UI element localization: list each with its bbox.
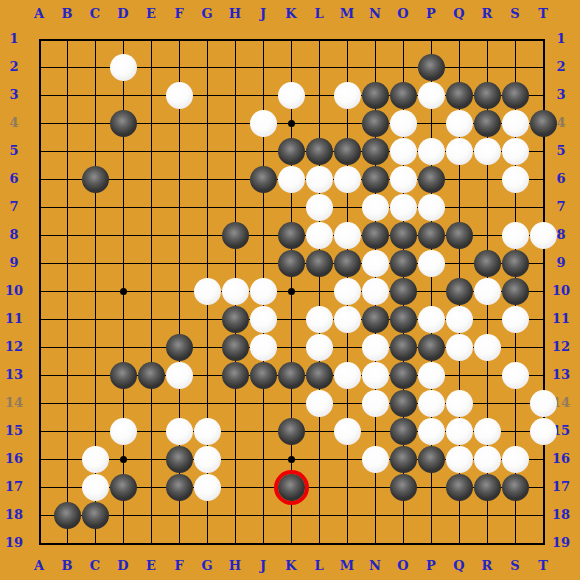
column-label: N: [361, 557, 389, 575]
row-label: 5: [547, 142, 575, 160]
white-stone[interactable]: [166, 418, 193, 445]
grid-line-horizontal: [39, 207, 545, 208]
column-label: H: [221, 5, 249, 23]
black-stone[interactable]: [390, 474, 417, 501]
black-stone[interactable]: [222, 306, 249, 333]
row-label: 1: [547, 30, 575, 48]
black-stone[interactable]: [390, 82, 417, 109]
black-stone[interactable]: [166, 334, 193, 361]
white-stone[interactable]: [390, 110, 417, 137]
column-label: L: [305, 5, 333, 23]
column-label: O: [389, 557, 417, 575]
white-stone[interactable]: [278, 166, 305, 193]
grid-line-horizontal: [39, 515, 545, 516]
column-label: M: [333, 557, 361, 575]
white-stone[interactable]: [474, 138, 501, 165]
black-stone[interactable]: [418, 54, 445, 81]
white-stone[interactable]: [194, 474, 221, 501]
black-stone[interactable]: [166, 474, 193, 501]
black-stone[interactable]: [446, 474, 473, 501]
black-stone[interactable]: [110, 362, 137, 389]
white-stone[interactable]: [362, 446, 389, 473]
white-stone[interactable]: [418, 138, 445, 165]
white-stone[interactable]: [334, 222, 361, 249]
black-stone[interactable]: [390, 362, 417, 389]
column-label: R: [473, 5, 501, 23]
white-stone[interactable]: [418, 362, 445, 389]
white-stone[interactable]: [278, 82, 305, 109]
white-stone[interactable]: [446, 334, 473, 361]
black-stone[interactable]: [362, 138, 389, 165]
column-label: T: [529, 5, 557, 23]
black-stone[interactable]: [474, 250, 501, 277]
row-label: 3: [547, 86, 575, 104]
white-stone[interactable]: [474, 446, 501, 473]
black-stone[interactable]: [138, 362, 165, 389]
black-stone[interactable]: [362, 166, 389, 193]
row-label: 19: [547, 534, 575, 552]
column-label: T: [529, 557, 557, 575]
column-label: O: [389, 5, 417, 23]
white-stone[interactable]: [502, 446, 529, 473]
row-label: 18: [0, 506, 28, 524]
black-stone[interactable]: [502, 250, 529, 277]
white-stone[interactable]: [82, 446, 109, 473]
white-stone[interactable]: [362, 334, 389, 361]
black-stone[interactable]: [362, 306, 389, 333]
black-stone[interactable]: [250, 362, 277, 389]
black-stone[interactable]: [474, 474, 501, 501]
column-label: J: [249, 557, 277, 575]
white-stone[interactable]: [194, 418, 221, 445]
white-stone[interactable]: [502, 222, 529, 249]
white-stone[interactable]: [250, 334, 277, 361]
black-stone[interactable]: [110, 474, 137, 501]
black-stone[interactable]: [334, 138, 361, 165]
black-stone[interactable]: [474, 82, 501, 109]
column-label: A: [25, 5, 53, 23]
black-stone[interactable]: [334, 250, 361, 277]
star-point: [288, 120, 295, 127]
black-stone[interactable]: [502, 82, 529, 109]
column-label: D: [109, 5, 137, 23]
black-stone[interactable]: [362, 110, 389, 137]
white-stone[interactable]: [306, 194, 333, 221]
white-stone[interactable]: [166, 362, 193, 389]
black-stone[interactable]: [390, 418, 417, 445]
white-stone[interactable]: [362, 278, 389, 305]
row-label: 10: [0, 282, 28, 300]
black-stone[interactable]: [418, 334, 445, 361]
white-stone[interactable]: [502, 362, 529, 389]
black-stone[interactable]: [390, 334, 417, 361]
white-stone[interactable]: [502, 138, 529, 165]
column-label: M: [333, 5, 361, 23]
white-stone[interactable]: [306, 306, 333, 333]
black-stone[interactable]: [222, 222, 249, 249]
row-label: 9: [547, 254, 575, 272]
star-point: [288, 288, 295, 295]
white-stone[interactable]: [334, 418, 361, 445]
white-stone[interactable]: [306, 334, 333, 361]
black-stone[interactable]: [390, 446, 417, 473]
column-label: B: [53, 557, 81, 575]
white-stone[interactable]: [110, 54, 137, 81]
row-label: 13: [547, 366, 575, 384]
white-stone[interactable]: [418, 194, 445, 221]
row-label: 2: [0, 58, 28, 76]
white-stone[interactable]: [194, 278, 221, 305]
column-label: K: [277, 5, 305, 23]
black-stone[interactable]: [446, 82, 473, 109]
white-stone[interactable]: [418, 82, 445, 109]
column-label: H: [221, 557, 249, 575]
column-label: Q: [445, 5, 473, 23]
column-label: K: [277, 557, 305, 575]
black-stone[interactable]: [222, 362, 249, 389]
black-stone[interactable]: [418, 446, 445, 473]
row-label: 19: [0, 534, 28, 552]
row-label: 13: [0, 366, 28, 384]
go-board[interactable]: ABCDEFGHJKLMNOPQRST ABCDEFGHJKLMNOPQRST …: [0, 0, 580, 580]
white-stone[interactable]: [474, 334, 501, 361]
column-label: S: [501, 5, 529, 23]
column-label: E: [137, 557, 165, 575]
black-stone[interactable]: [390, 390, 417, 417]
white-stone[interactable]: [502, 110, 529, 137]
white-stone[interactable]: [530, 418, 557, 445]
grid-line-horizontal: [39, 543, 545, 545]
black-stone[interactable]: [278, 138, 305, 165]
white-stone[interactable]: [362, 390, 389, 417]
black-stone[interactable]: [306, 362, 333, 389]
column-label: D: [109, 557, 137, 575]
column-label: E: [137, 5, 165, 23]
white-stone[interactable]: [250, 278, 277, 305]
black-stone[interactable]: [306, 138, 333, 165]
white-stone[interactable]: [166, 82, 193, 109]
white-stone[interactable]: [334, 278, 361, 305]
black-stone[interactable]: [446, 222, 473, 249]
black-stone[interactable]: [418, 166, 445, 193]
column-label: N: [361, 5, 389, 23]
row-label: 7: [0, 198, 28, 216]
black-stone[interactable]: [446, 278, 473, 305]
column-label: C: [81, 5, 109, 23]
white-stone[interactable]: [530, 222, 557, 249]
column-label: F: [165, 557, 193, 575]
white-stone[interactable]: [446, 110, 473, 137]
row-label: 17: [0, 478, 28, 496]
white-stone[interactable]: [362, 362, 389, 389]
star-point: [120, 288, 127, 295]
black-stone[interactable]: [390, 306, 417, 333]
black-stone[interactable]: [502, 474, 529, 501]
row-label: 16: [547, 450, 575, 468]
black-stone[interactable]: [530, 110, 557, 137]
grid-line-vertical: [151, 39, 152, 545]
row-label: 2: [547, 58, 575, 76]
row-label: 14: [0, 394, 28, 412]
white-stone[interactable]: [250, 110, 277, 137]
black-stone[interactable]: [306, 250, 333, 277]
white-stone[interactable]: [306, 390, 333, 417]
white-stone[interactable]: [474, 278, 501, 305]
row-label: 11: [0, 310, 28, 328]
white-stone[interactable]: [418, 306, 445, 333]
white-stone[interactable]: [250, 306, 277, 333]
white-stone[interactable]: [306, 222, 333, 249]
row-label: 12: [0, 338, 28, 356]
row-label: 1: [0, 30, 28, 48]
black-stone[interactable]: [474, 110, 501, 137]
white-stone[interactable]: [418, 418, 445, 445]
grid-line-vertical: [67, 39, 68, 545]
column-label: G: [193, 5, 221, 23]
grid-line-horizontal: [39, 39, 545, 41]
column-label: A: [25, 557, 53, 575]
white-stone[interactable]: [390, 138, 417, 165]
white-stone[interactable]: [334, 166, 361, 193]
row-label: 4: [0, 114, 28, 132]
grid-line-vertical: [39, 39, 41, 545]
black-stone[interactable]: [278, 250, 305, 277]
white-stone[interactable]: [110, 418, 137, 445]
white-stone[interactable]: [530, 390, 557, 417]
white-stone[interactable]: [334, 362, 361, 389]
black-stone[interactable]: [54, 502, 81, 529]
white-stone[interactable]: [446, 138, 473, 165]
white-stone[interactable]: [222, 278, 249, 305]
white-stone[interactable]: [418, 390, 445, 417]
row-label: 11: [547, 310, 575, 328]
black-stone[interactable]: [278, 362, 305, 389]
white-stone[interactable]: [474, 418, 501, 445]
black-stone[interactable]: [166, 446, 193, 473]
column-label: J: [249, 5, 277, 23]
column-label: C: [81, 557, 109, 575]
white-stone[interactable]: [390, 166, 417, 193]
column-label: G: [193, 557, 221, 575]
row-label: 6: [0, 170, 28, 188]
white-stone[interactable]: [362, 250, 389, 277]
column-label: R: [473, 557, 501, 575]
white-stone[interactable]: [446, 390, 473, 417]
black-stone[interactable]: [390, 250, 417, 277]
column-label: Q: [445, 557, 473, 575]
white-stone[interactable]: [334, 306, 361, 333]
row-label: 17: [547, 478, 575, 496]
black-stone[interactable]: [418, 222, 445, 249]
white-stone[interactable]: [306, 166, 333, 193]
row-label: 7: [547, 198, 575, 216]
white-stone[interactable]: [82, 474, 109, 501]
row-label: 16: [0, 450, 28, 468]
black-stone[interactable]: [82, 502, 109, 529]
white-stone[interactable]: [502, 166, 529, 193]
white-stone[interactable]: [194, 446, 221, 473]
black-stone[interactable]: [278, 222, 305, 249]
black-stone[interactable]: [362, 82, 389, 109]
column-label: P: [417, 557, 445, 575]
column-label: F: [165, 5, 193, 23]
white-stone[interactable]: [362, 194, 389, 221]
black-stone[interactable]: [278, 418, 305, 445]
row-label: 8: [0, 226, 28, 244]
white-stone[interactable]: [502, 306, 529, 333]
row-label: 6: [547, 170, 575, 188]
row-label: 18: [547, 506, 575, 524]
white-stone[interactable]: [446, 306, 473, 333]
black-stone[interactable]: [390, 222, 417, 249]
black-stone[interactable]: [82, 166, 109, 193]
white-stone[interactable]: [446, 446, 473, 473]
white-stone[interactable]: [418, 250, 445, 277]
star-point: [288, 456, 295, 463]
black-stone-last-move[interactable]: [278, 474, 305, 501]
column-label: S: [501, 557, 529, 575]
black-stone[interactable]: [250, 166, 277, 193]
grid-line-vertical: [319, 39, 320, 545]
white-stone[interactable]: [390, 194, 417, 221]
black-stone[interactable]: [362, 222, 389, 249]
black-stone[interactable]: [222, 334, 249, 361]
white-stone[interactable]: [334, 82, 361, 109]
column-label: B: [53, 5, 81, 23]
row-label: 10: [547, 282, 575, 300]
row-label: 12: [547, 338, 575, 356]
row-label: 5: [0, 142, 28, 160]
column-label: L: [305, 557, 333, 575]
black-stone[interactable]: [502, 278, 529, 305]
row-label: 3: [0, 86, 28, 104]
star-point: [120, 456, 127, 463]
row-label: 15: [0, 422, 28, 440]
black-stone[interactable]: [390, 278, 417, 305]
white-stone[interactable]: [446, 418, 473, 445]
black-stone[interactable]: [110, 110, 137, 137]
row-label: 9: [0, 254, 28, 272]
column-label: P: [417, 5, 445, 23]
